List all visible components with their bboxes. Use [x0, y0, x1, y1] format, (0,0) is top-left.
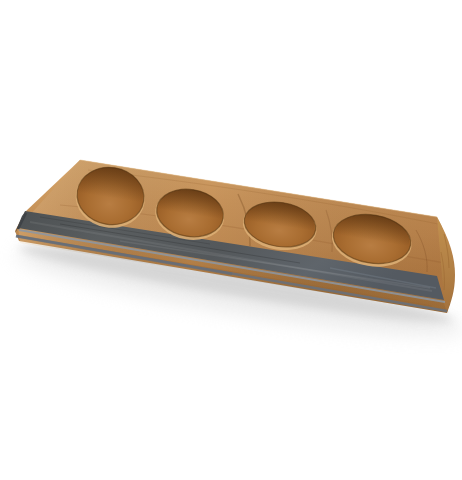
product-photo-stage: Angled product photo of a long rectangul…	[0, 0, 462, 480]
flight-tray-photo	[0, 0, 462, 480]
